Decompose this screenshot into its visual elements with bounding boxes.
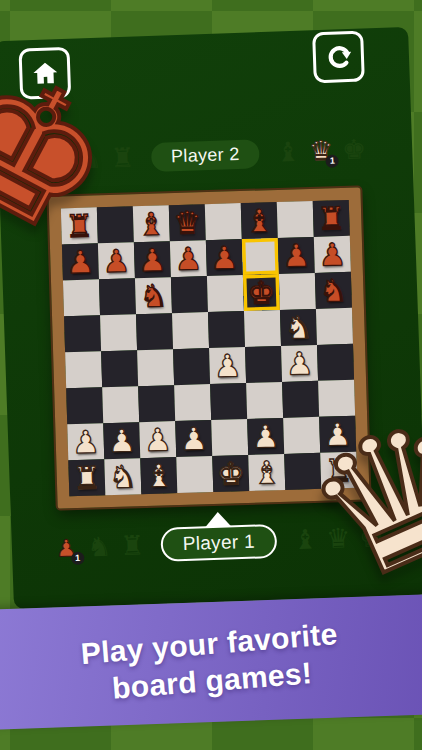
tray-slot: ♚ xyxy=(358,521,384,554)
square-a5[interactable] xyxy=(64,315,101,352)
square-g7[interactable]: ♟ xyxy=(278,237,315,274)
promo-banner: Play your favorite board games! xyxy=(0,594,422,730)
piece-white-pawn[interactable]: ♟ xyxy=(319,416,356,454)
square-h4[interactable] xyxy=(317,344,354,381)
tray-slot: ♝ xyxy=(275,136,301,169)
square-b3[interactable] xyxy=(102,386,139,423)
square-f2[interactable]: ♟ xyxy=(247,418,284,455)
piece-red-pawn[interactable]: ♟ xyxy=(134,241,171,279)
square-a8[interactable]: ♜ xyxy=(61,207,98,244)
piece-white-pawn[interactable]: ♟ xyxy=(281,345,318,383)
square-a2[interactable]: ♟ xyxy=(67,423,104,460)
square-c2[interactable]: ♟ xyxy=(139,421,176,458)
piece-red-king[interactable]: ♚ xyxy=(243,274,280,312)
piece-red-pawn[interactable]: ♟ xyxy=(278,237,315,275)
square-d8[interactable]: ♛ xyxy=(169,204,206,241)
piece-white-pawn[interactable]: ♟ xyxy=(139,421,176,459)
app-screen: { "game": "chess", "position": { "fen": … xyxy=(0,0,422,750)
piece-red-rook[interactable]: ♜ xyxy=(61,207,98,245)
turn-indicator-arrow xyxy=(205,511,232,527)
home-icon xyxy=(30,59,59,88)
board-grid: ♜♝♛♝♜♟♟♟♟♟♟♟♞♚♞♞♟♟♟♟♟♟♟♟♜♞♝♚♝♜ xyxy=(61,200,357,496)
piece-red-pawn[interactable]: ♟ xyxy=(170,240,207,278)
square-e5[interactable] xyxy=(208,311,245,348)
piece-white-knight[interactable]: ♞ xyxy=(280,309,317,347)
piece-white-king[interactable]: ♚ xyxy=(212,455,249,493)
square-c3[interactable] xyxy=(138,385,175,422)
square-b6[interactable] xyxy=(99,278,136,315)
slot-silhouette-knight: ♞ xyxy=(77,143,103,176)
slot-silhouette-bishop: ♝ xyxy=(292,523,318,556)
chess-board: ♜♝♛♝♜♟♟♟♟♟♟♟♞♚♞♞♟♟♟♟♟♟♟♟♜♞♝♚♝♜ xyxy=(48,188,369,509)
piece-red-rook[interactable]: ♜ xyxy=(313,200,350,238)
piece-white-bishop[interactable]: ♝ xyxy=(248,454,285,492)
piece-white-rook[interactable]: ♜ xyxy=(68,459,105,497)
captured-count-badge: 1 xyxy=(326,154,339,167)
player2-tray-left: ♟♞♜ xyxy=(44,142,136,177)
square-d4[interactable] xyxy=(173,348,210,385)
square-b2[interactable]: ♟ xyxy=(103,422,140,459)
piece-white-pawn[interactable]: ♟ xyxy=(247,418,284,456)
piece-red-pawn[interactable]: ♟ xyxy=(314,236,351,274)
square-f7[interactable] xyxy=(242,238,279,275)
square-c7[interactable]: ♟ xyxy=(134,241,171,278)
square-h5[interactable] xyxy=(316,308,353,345)
piece-white-bishop[interactable]: ♝ xyxy=(140,457,177,495)
slot-silhouette-queen: ♛ xyxy=(325,522,351,555)
square-a1[interactable]: ♜ xyxy=(68,459,105,496)
tray-slot: ♛ xyxy=(325,522,351,555)
square-f6[interactable]: ♚ xyxy=(243,274,280,311)
square-a4[interactable] xyxy=(65,351,102,388)
captured-count-badge: 1 xyxy=(71,552,84,565)
piece-white-pawn[interactable]: ♟ xyxy=(175,420,212,458)
square-d7[interactable]: ♟ xyxy=(170,240,207,277)
tray-slot: ♛1 xyxy=(308,135,334,168)
square-b4[interactable] xyxy=(101,350,138,387)
square-a7[interactable]: ♟ xyxy=(62,243,99,280)
square-g6[interactable] xyxy=(279,273,316,310)
square-f4[interactable] xyxy=(245,346,282,383)
piece-red-pawn[interactable]: ♟ xyxy=(62,243,99,281)
refresh-button[interactable] xyxy=(312,31,365,84)
piece-red-knight[interactable]: ♞ xyxy=(315,272,352,310)
square-e3[interactable] xyxy=(210,383,247,420)
slot-silhouette-bishop: ♝ xyxy=(275,136,301,169)
slot-silhouette-knight: ♞ xyxy=(86,531,112,564)
piece-white-pawn[interactable]: ♟ xyxy=(209,347,246,385)
square-d1[interactable] xyxy=(176,456,213,493)
square-d3[interactable] xyxy=(174,384,211,421)
square-h1[interactable]: ♜ xyxy=(320,452,357,489)
tray-slot: ♞ xyxy=(77,143,103,176)
square-h6[interactable]: ♞ xyxy=(315,272,352,309)
square-h8[interactable]: ♜ xyxy=(313,200,350,237)
square-d6[interactable] xyxy=(171,276,208,313)
square-d2[interactable]: ♟ xyxy=(175,420,212,457)
square-a3[interactable] xyxy=(66,387,103,424)
square-e1[interactable]: ♚ xyxy=(212,455,249,492)
square-c8[interactable]: ♝ xyxy=(133,205,170,242)
promo-banner-text: Play your favorite board games! xyxy=(80,615,342,709)
player1-tray-right: ♝♛♚ xyxy=(292,521,384,556)
square-g8[interactable] xyxy=(277,201,314,238)
refresh-icon xyxy=(324,42,353,71)
piece-red-pawn[interactable]: ♟ xyxy=(98,242,135,280)
square-b1[interactable]: ♞ xyxy=(104,458,141,495)
player2-row: ♟♞♜ Player 2 ♝♛1♚ xyxy=(0,131,413,179)
slot-silhouette-king: ♚ xyxy=(341,133,367,166)
tray-slot: ♞ xyxy=(86,531,112,564)
player2-label: Player 2 xyxy=(171,143,240,165)
square-h2[interactable]: ♟ xyxy=(319,416,356,453)
square-c5[interactable] xyxy=(136,313,173,350)
square-g4[interactable]: ♟ xyxy=(281,345,318,382)
piece-red-queen[interactable]: ♛ xyxy=(169,204,206,242)
tray-slot: ♝ xyxy=(292,523,318,556)
square-e6[interactable] xyxy=(207,275,244,312)
square-d5[interactable] xyxy=(172,312,209,349)
piece-red-bishop[interactable]: ♝ xyxy=(241,202,278,240)
tray-slot: ♟ xyxy=(44,144,70,177)
square-b7[interactable]: ♟ xyxy=(98,242,135,279)
square-c1[interactable]: ♝ xyxy=(140,457,177,494)
player1-label: Player 1 xyxy=(182,531,255,555)
piece-red-knight[interactable]: ♞ xyxy=(135,277,172,315)
piece-white-pawn[interactable]: ♟ xyxy=(67,423,104,461)
player1-name-pill: Player 1 xyxy=(160,524,277,562)
square-e4[interactable]: ♟ xyxy=(209,347,246,384)
piece-red-pawn[interactable]: ♟ xyxy=(206,239,243,277)
player2-name-pill: Player 2 xyxy=(151,139,260,172)
piece-white-knight[interactable]: ♞ xyxy=(104,458,141,496)
game-panel: ♟♞♜ Player 2 ♝♛1♚ ♜♝♛♝♜♟♟♟♟♟♟♟♞♚♞♞♟♟♟♟♟♟… xyxy=(0,27,422,609)
tray-slot: ♚ xyxy=(341,133,367,166)
player1-tray-left: ♟1♞♜ xyxy=(53,529,145,564)
tray-slot: ♟1 xyxy=(53,532,79,565)
tray-slot: ♜ xyxy=(110,142,136,175)
player1-row: ♟1♞♜ Player 1 ♝♛♚ xyxy=(11,519,422,567)
square-b8[interactable] xyxy=(97,206,134,243)
square-h7[interactable]: ♟ xyxy=(314,236,351,273)
slot-silhouette-rook: ♜ xyxy=(110,142,136,175)
square-f3[interactable] xyxy=(246,382,283,419)
piece-red-bishop[interactable]: ♝ xyxy=(133,205,170,243)
square-f1[interactable]: ♝ xyxy=(248,454,285,491)
square-e2[interactable] xyxy=(211,419,248,456)
slot-silhouette-rook: ♜ xyxy=(119,529,145,562)
square-e8[interactable] xyxy=(205,203,242,240)
square-c4[interactable] xyxy=(137,349,174,386)
piece-white-pawn[interactable]: ♟ xyxy=(103,422,140,460)
square-f5[interactable] xyxy=(244,310,281,347)
square-e7[interactable]: ♟ xyxy=(206,239,243,276)
slot-silhouette-king: ♚ xyxy=(358,521,384,554)
square-b5[interactable] xyxy=(100,314,137,351)
square-g2[interactable] xyxy=(283,417,320,454)
square-g3[interactable] xyxy=(282,381,319,418)
slot-silhouette-pawn: ♟ xyxy=(44,144,70,177)
square-f8[interactable]: ♝ xyxy=(241,202,278,239)
home-button[interactable] xyxy=(18,47,71,100)
piece-white-rook[interactable]: ♜ xyxy=(320,452,357,490)
tray-slot: ♜ xyxy=(119,529,145,562)
player2-tray-right: ♝♛1♚ xyxy=(275,133,367,168)
square-c6[interactable]: ♞ xyxy=(135,277,172,314)
square-g5[interactable]: ♞ xyxy=(280,309,317,346)
square-g1[interactable] xyxy=(284,453,321,490)
square-a6[interactable] xyxy=(63,279,100,316)
square-h3[interactable] xyxy=(318,380,355,417)
